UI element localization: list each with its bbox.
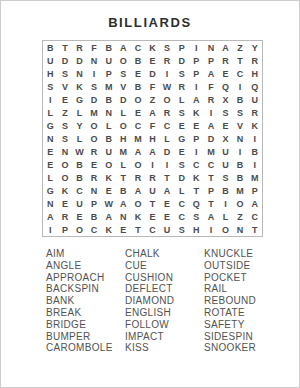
grid-cell[interactable]: S [189,210,204,223]
grid-cell[interactable]: X [218,93,233,106]
grid-cell[interactable]: B [72,171,87,184]
grid-cell[interactable]: T [233,54,248,67]
grid-cell[interactable]: T [58,41,73,54]
grid-cell[interactable]: E [131,67,146,80]
grid-cell[interactable]: O [131,158,146,171]
grid-cell[interactable]: A [145,106,160,119]
grid-cell[interactable]: T [204,171,219,184]
grid-cell[interactable]: R [145,171,160,184]
grid-cell[interactable]: H [189,223,204,236]
grid-cell[interactable]: T [160,171,175,184]
grid-cell[interactable]: Z [233,210,248,223]
grid-cell[interactable]: N [72,67,87,80]
grid-cell[interactable]: E [43,158,58,171]
grid-cell[interactable]: M [87,106,102,119]
grid-cell[interactable]: M [233,184,248,197]
word-item: ENGLISH [125,307,204,319]
grid-cell[interactable]: L [72,132,87,145]
word-list-column: KNUCKLEOUTSIDEPOCKETRAILREBOUNDROTATESAF… [204,248,256,354]
grid-cell[interactable]: I [189,41,204,54]
word-item: KNUCKLE [204,248,256,260]
grid-cell[interactable]: P [204,184,219,197]
grid-cell[interactable]: S [218,106,233,119]
word-list-column: CHALKCUECUSHIONDEFLECTDIAMONDENGLISHFOLL… [125,248,204,354]
grid-cell[interactable]: S [218,171,233,184]
grid-cell[interactable]: T [131,223,146,236]
grid-cell[interactable]: O [116,119,131,132]
grid-cell[interactable]: E [87,158,102,171]
grid-cell[interactable]: O [87,132,102,145]
grid-cell[interactable]: L [101,119,116,132]
grid-cell[interactable]: B [101,41,116,54]
word-item: BREAK [46,307,125,319]
word-item: BACKSPIN [46,283,125,295]
grid-cell[interactable]: L [43,171,58,184]
grid-cell[interactable]: L [116,158,131,171]
grid-cell[interactable]: H [247,67,262,80]
grid-cell[interactable]: U [101,145,116,158]
grid-cell[interactable]: K [145,41,160,54]
grid-cell[interactable]: N [233,223,248,236]
grid-cell[interactable]: I [145,158,160,171]
grid-cell[interactable]: A [160,184,175,197]
grid-cell[interactable]: N [43,132,58,145]
grid-cell[interactable]: C [204,158,219,171]
grid-cell[interactable]: H [43,67,58,80]
grid-cell[interactable]: M [116,145,131,158]
grid-cell[interactable]: O [233,197,248,210]
grid-cell[interactable]: U [72,197,87,210]
grid-cell[interactable]: S [233,106,248,119]
grid-cell[interactable]: P [189,132,204,145]
grid-cell[interactable]: C [233,67,248,80]
grid-cell[interactable]: R [247,106,262,119]
grid-cell[interactable]: E [218,119,233,132]
grid-cell[interactable]: E [72,210,87,223]
grid-cell[interactable]: B [233,158,248,171]
grid-cell[interactable]: D [174,171,189,184]
grid-cell[interactable]: G [43,184,58,197]
grid-cell[interactable]: L [72,106,87,119]
grid-cell[interactable]: B [233,93,248,106]
grid-cell[interactable]: F [87,41,102,54]
grid-cell[interactable]: G [43,119,58,132]
word-item: REBOUND [204,295,256,307]
grid-cell[interactable]: S [160,41,175,54]
grid-cell[interactable]: P [58,223,73,236]
puzzle-page: BILLIARDS BTRFBACKSPINAZYUDDNUOBERDPPRTR… [0,0,300,388]
grid-cell[interactable]: N [43,197,58,210]
grid-cell[interactable]: K [101,223,116,236]
grid-cell[interactable]: R [174,80,189,93]
grid-cell[interactable]: A [204,119,219,132]
grid-cell[interactable]: S [58,119,73,132]
grid-cell[interactable]: B [101,93,116,106]
grid-cell[interactable]: D [116,93,131,106]
grid-cell[interactable]: U [160,223,175,236]
grid-cell[interactable]: S [43,80,58,93]
grid-cell[interactable]: S [174,67,189,80]
grid-cell[interactable]: E [116,223,131,236]
grid-cell[interactable]: S [58,67,73,80]
grid-cell[interactable]: I [233,145,248,158]
grid-cell[interactable]: D [204,132,219,145]
grid-cell[interactable]: E [174,119,189,132]
grid-cell[interactable]: N [204,41,219,54]
grid-cell[interactable]: S [87,80,102,93]
grid-cell[interactable]: A [116,197,131,210]
grid-cell[interactable]: R [72,41,87,54]
grid-cell[interactable]: S [174,158,189,171]
grid-cell[interactable]: M [247,171,262,184]
grid-cell[interactable]: T [145,197,160,210]
grid-cell[interactable]: O [58,171,73,184]
word-item: BRIDGE [46,319,125,331]
grid-cell[interactable]: E [131,106,146,119]
grid-cell[interactable]: O [218,223,233,236]
grid-cell[interactable]: F [204,80,219,93]
grid-cell[interactable]: N [233,132,248,145]
grid-cell[interactable]: D [58,54,73,67]
grid-cell[interactable]: Y [72,119,87,132]
grid-cell[interactable]: U [101,54,116,67]
grid-cell[interactable]: R [247,54,262,67]
grid-cell[interactable]: I [204,106,219,119]
grid-cell[interactable]: I [218,197,233,210]
grid-cell[interactable]: K [131,210,146,223]
grid-cell[interactable]: E [145,54,160,67]
grid-cell[interactable]: I [247,158,262,171]
grid-cell[interactable]: A [204,67,219,80]
grid-cell[interactable]: F [145,119,160,132]
word-list-column: AIMANGLEAPPROACHBACKSPINBANKBREAKBRIDGEB… [46,248,125,354]
grid-cell[interactable]: L [116,106,131,119]
grid-cell[interactable]: F [145,80,160,93]
grid-cell[interactable]: C [174,197,189,210]
grid-cell[interactable]: T [204,197,219,210]
grid-cell[interactable]: K [247,119,262,132]
word-search-grid: BTRFBACKSPINAZYUDDNUOBERDPPRTRHSNIPSEDIS… [42,40,263,237]
grid-cell[interactable]: Z [145,93,160,106]
grid-cell[interactable]: A [145,145,160,158]
grid-cell[interactable]: M [101,80,116,93]
grid-cell[interactable]: K [189,106,204,119]
grid-cell[interactable]: E [43,145,58,158]
grid-cell[interactable]: A [131,184,146,197]
puzzle-title: BILLIARDS [1,15,299,30]
grid-cell[interactable]: E [58,93,73,106]
word-item: IMPACT [125,331,204,343]
grid-cell[interactable]: R [218,54,233,67]
grid-cell[interactable]: Y [247,41,262,54]
grid-cell[interactable]: B [218,184,233,197]
grid-cell[interactable]: E [189,119,204,132]
grid-cell[interactable]: W [72,145,87,158]
grid-cell[interactable]: S [116,67,131,80]
grid-cell[interactable]: K [189,171,204,184]
grid-cell[interactable]: R [160,54,175,67]
word-item: KISS [125,342,204,354]
grid-cell[interactable]: E [160,197,175,210]
grid-cell[interactable]: R [131,171,146,184]
grid-cell[interactable]: B [101,132,116,145]
grid-cell[interactable]: R [58,210,73,223]
grid-cell[interactable]: O [58,158,73,171]
word-item: ANGLE [46,260,125,272]
grid-cell[interactable]: C [87,223,102,236]
grid-cell[interactable]: G [72,93,87,106]
grid-cell[interactable]: N [116,210,131,223]
word-item: SAFETY [204,319,256,331]
grid-cell[interactable]: S [174,106,189,119]
grid-cell[interactable]: A [189,93,204,106]
word-item: SNOOKER [204,342,256,354]
grid-cell[interactable]: K [58,184,73,197]
grid-cell[interactable]: A [101,210,116,223]
grid-cell[interactable]: E [145,210,160,223]
grid-cell[interactable]: N [87,184,102,197]
grid-cell[interactable]: D [72,54,87,67]
grid-cell[interactable]: H [145,132,160,145]
grid-cell[interactable]: I [43,93,58,106]
grid-cell[interactable]: B [43,41,58,54]
grid-cell[interactable]: N [101,106,116,119]
grid-cell[interactable]: N [87,54,102,67]
grid-cell[interactable]: N [58,145,73,158]
word-item: FOLLOW [125,319,204,331]
grid-cell[interactable]: U [145,184,160,197]
grid-cell[interactable]: A [247,197,262,210]
grid-cell[interactable]: G [174,132,189,145]
grid-cell[interactable]: I [160,158,175,171]
grid-cell[interactable]: W [160,80,175,93]
grid-cell[interactable]: E [101,184,116,197]
grid-cell[interactable]: U [218,158,233,171]
grid-cell[interactable]: T [189,184,204,197]
grid-cell[interactable]: O [72,223,87,236]
word-item: BUMPER [46,331,125,343]
grid-cell[interactable]: L [174,93,189,106]
grid-cell[interactable]: A [116,41,131,54]
grid-cell[interactable]: B [72,158,87,171]
grid-cell[interactable]: O [87,119,102,132]
grid-cell[interactable]: L [218,210,233,223]
grid-cell[interactable]: C [72,184,87,197]
grid-cell[interactable]: B [131,80,146,93]
grid-cell[interactable]: P [189,67,204,80]
grid-cell[interactable]: A [204,210,219,223]
grid-cell[interactable]: U [43,54,58,67]
grid-cell[interactable]: A [131,145,146,158]
word-list: AIMANGLEAPPROACHBACKSPINBANKBREAKBRIDGEB… [46,248,256,354]
grid-cell[interactable]: C [131,41,146,54]
grid-cell[interactable]: V [58,80,73,93]
grid-cell[interactable]: E [58,197,73,210]
grid-cell[interactable]: I [204,223,219,236]
grid-cell[interactable]: I [87,67,102,80]
grid-cell[interactable]: A [218,41,233,54]
word-item: CHALK [125,248,204,260]
grid-cell[interactable]: D [160,145,175,158]
grid-cell[interactable]: M [204,145,219,158]
grid-cell[interactable]: O [101,158,116,171]
grid-cell[interactable]: P [247,184,262,197]
word-item: SIDESPIN [204,331,256,343]
word-item: ROTATE [204,307,256,319]
grid-cell[interactable]: Q [218,80,233,93]
grid-cell[interactable]: B [131,54,146,67]
word-item: APPROACH [46,272,125,284]
grid-cell[interactable]: O [131,93,146,106]
grid-cell[interactable]: V [116,80,131,93]
grid-cell[interactable]: C [247,210,262,223]
grid-cell[interactable]: P [101,67,116,80]
grid-cell[interactable]: I [43,223,58,236]
grid-cell[interactable]: I [189,80,204,93]
grid-cell[interactable]: T [116,171,131,184]
word-item: POCKET [204,272,256,284]
word-item: CAROMBOLE [46,342,125,354]
grid-cell[interactable]: B [87,210,102,223]
grid-cell[interactable]: L [160,132,175,145]
grid-cell[interactable]: O [116,54,131,67]
grid-cell[interactable]: D [174,54,189,67]
grid-cell[interactable]: P [87,197,102,210]
grid-cell[interactable]: M [131,132,146,145]
grid-cell[interactable]: S [174,223,189,236]
word-item: AIM [46,248,125,260]
grid-cell[interactable]: T [247,223,262,236]
grid-cell[interactable]: I [247,132,262,145]
grid-cell[interactable]: Z [58,106,73,119]
grid-cell[interactable]: O [131,197,146,210]
grid-cell[interactable]: I [189,145,204,158]
grid-cell[interactable]: B [116,184,131,197]
grid-cell[interactable]: U [247,93,262,106]
word-item: DEFLECT [125,283,204,295]
grid-cell[interactable]: C [160,119,175,132]
grid-cell[interactable]: K [72,80,87,93]
grid-cell[interactable]: C [131,119,146,132]
grid-cell[interactable]: E [174,145,189,158]
grid-cell[interactable]: D [87,93,102,106]
grid-cell[interactable]: R [87,145,102,158]
grid-cell[interactable]: K [101,171,116,184]
word-item: CUSHION [125,272,204,284]
grid-cell[interactable]: R [204,93,219,106]
grid-cell[interactable]: H [116,132,131,145]
grid-cell[interactable]: A [43,210,58,223]
grid-cell[interactable]: W [101,197,116,210]
grid-cell[interactable]: L [43,106,58,119]
grid-cell[interactable]: D [145,67,160,80]
word-item: BANK [46,295,125,307]
grid-cell[interactable]: Z [233,41,248,54]
word-item: CUE [125,260,204,272]
grid-cell[interactable]: B [247,145,262,158]
grid-cell[interactable]: L [174,184,189,197]
word-item: OUTSIDE [204,260,256,272]
grid-cell[interactable]: E [160,210,175,223]
grid-cell[interactable]: B [233,171,248,184]
grid-cell[interactable]: Q [247,80,262,93]
grid-cell[interactable]: C [174,210,189,223]
grid-cell[interactable]: E [218,67,233,80]
grid-cell[interactable]: P [189,54,204,67]
word-item: RAIL [204,283,256,295]
grid-cell[interactable]: X [218,132,233,145]
grid-cell[interactable]: S [58,132,73,145]
grid-cell[interactable]: R [87,171,102,184]
grid-cell[interactable]: C [145,223,160,236]
grid-cell[interactable]: Q [189,197,204,210]
grid-cell[interactable]: R [160,106,175,119]
grid-cell[interactable]: P [174,41,189,54]
grid-cell[interactable]: I [160,67,175,80]
grid-cell[interactable]: U [218,145,233,158]
grid-cell[interactable]: V [233,119,248,132]
grid-cell[interactable]: P [204,54,219,67]
word-item: DIAMOND [125,295,204,307]
grid-cell[interactable]: O [160,93,175,106]
grid-cell[interactable]: I [233,80,248,93]
grid-cell[interactable]: C [189,158,204,171]
